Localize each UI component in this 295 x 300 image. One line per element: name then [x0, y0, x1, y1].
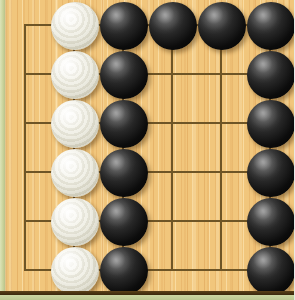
black-stone [247, 100, 295, 148]
intersection-f1[interactable] [246, 246, 294, 295]
intersection-c2[interactable] [99, 197, 148, 246]
black-stone [100, 100, 148, 148]
table-edge-bottom [0, 295, 294, 300]
black-stone [247, 247, 295, 295]
intersection-d2[interactable] [148, 197, 197, 246]
white-stone [51, 51, 99, 99]
intersection-c5[interactable] [99, 50, 148, 99]
black-stone [247, 198, 295, 246]
intersection-b1[interactable] [50, 246, 99, 295]
white-stone [51, 247, 99, 295]
intersection-a4[interactable] [1, 99, 50, 148]
black-stone [247, 2, 295, 50]
intersection-e3[interactable] [197, 148, 246, 197]
intersection-e6[interactable] [197, 1, 246, 50]
intersection-e4[interactable] [197, 99, 246, 148]
black-stone [100, 149, 148, 197]
intersection-c1[interactable] [99, 246, 148, 295]
intersection-d4[interactable] [148, 99, 197, 148]
intersection-d1[interactable] [148, 246, 197, 295]
intersection-b2[interactable] [50, 197, 99, 246]
white-stone [51, 149, 99, 197]
intersection-b6[interactable] [50, 1, 99, 50]
intersection-d6[interactable] [148, 1, 197, 50]
intersection-b3[interactable] [50, 148, 99, 197]
intersection-b5[interactable] [50, 50, 99, 99]
intersection-f3[interactable] [246, 148, 294, 197]
go-app-window [0, 0, 294, 300]
black-stone [100, 2, 148, 50]
intersection-f6[interactable] [246, 1, 294, 50]
black-stone [100, 198, 148, 246]
intersection-f4[interactable] [246, 99, 294, 148]
intersection-c6[interactable] [99, 1, 148, 50]
intersection-f2[interactable] [246, 197, 294, 246]
black-stone [247, 149, 295, 197]
intersection-a5[interactable] [1, 50, 50, 99]
white-stone [51, 100, 99, 148]
intersection-d3[interactable] [148, 148, 197, 197]
go-board [0, 0, 294, 300]
intersection-a6[interactable] [1, 1, 50, 50]
intersection-a1[interactable] [1, 246, 50, 295]
black-stone [247, 51, 295, 99]
board-grid [1, 1, 294, 295]
intersection-f5[interactable] [246, 50, 294, 99]
intersection-e1[interactable] [197, 246, 246, 295]
white-stone [51, 198, 99, 246]
intersection-e2[interactable] [197, 197, 246, 246]
white-stone [51, 2, 99, 50]
intersection-d5[interactable] [148, 50, 197, 99]
intersection-a3[interactable] [1, 148, 50, 197]
intersection-c4[interactable] [99, 99, 148, 148]
black-stone [149, 2, 197, 50]
black-stone [100, 247, 148, 295]
black-stone [198, 2, 246, 50]
intersection-c3[interactable] [99, 148, 148, 197]
intersection-e5[interactable] [197, 50, 246, 99]
intersection-b4[interactable] [50, 99, 99, 148]
intersection-a2[interactable] [1, 197, 50, 246]
black-stone [100, 51, 148, 99]
board-left-shadow [5, 0, 8, 300]
